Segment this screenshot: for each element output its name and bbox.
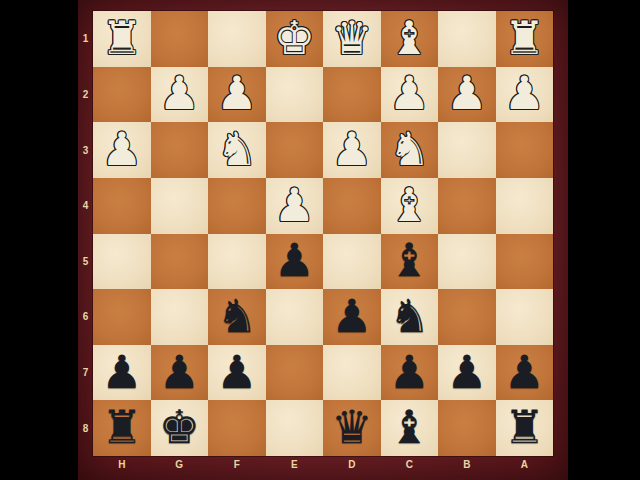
- white-pawn-f2: ♟: [216, 70, 257, 116]
- square-c3[interactable]: ♞: [381, 122, 439, 178]
- square-b1[interactable]: [438, 11, 496, 67]
- square-d2[interactable]: [323, 67, 381, 123]
- square-h6[interactable]: [93, 289, 151, 345]
- file-label-f: F: [208, 456, 266, 480]
- rank-labels: 12345678: [78, 11, 93, 456]
- square-b8[interactable]: [438, 400, 496, 456]
- board: ♜♚♛♝♜♟♟♟♟♟♟♞♟♞♟♝♟♝♞♟♞♟♟♟♟♟♟♜♚♛♝♜: [93, 11, 553, 456]
- video-frame: 12345678 ♜♚♛♝♜♟♟♟♟♟♟♞♟♞♟♝♟♝♞♟♞♟♟♟♟♟♟♜♚♛♝…: [0, 0, 640, 480]
- file-label-d: D: [323, 456, 381, 480]
- white-pawn-h3: ♟: [101, 126, 142, 172]
- square-e6[interactable]: [266, 289, 324, 345]
- square-a2[interactable]: ♟: [496, 67, 554, 123]
- white-bishop-c4: ♝: [389, 182, 430, 228]
- rank-label-8: 8: [78, 400, 93, 456]
- black-pawn-h7: ♟: [101, 349, 142, 395]
- file-label-c: C: [381, 456, 439, 480]
- square-a6[interactable]: [496, 289, 554, 345]
- square-h4[interactable]: [93, 178, 151, 234]
- square-b5[interactable]: [438, 234, 496, 290]
- black-pawn-f7: ♟: [216, 349, 257, 395]
- square-f1[interactable]: [208, 11, 266, 67]
- black-rook-h8: ♜: [101, 404, 142, 450]
- square-a5[interactable]: [496, 234, 554, 290]
- black-pawn-b7: ♟: [446, 349, 487, 395]
- rank-label-5: 5: [78, 234, 93, 290]
- square-b6[interactable]: [438, 289, 496, 345]
- square-c1[interactable]: ♝: [381, 11, 439, 67]
- black-bishop-c5: ♝: [389, 237, 430, 283]
- square-h2[interactable]: [93, 67, 151, 123]
- square-f7[interactable]: ♟: [208, 345, 266, 401]
- square-h7[interactable]: ♟: [93, 345, 151, 401]
- square-d3[interactable]: ♟: [323, 122, 381, 178]
- square-b7[interactable]: ♟: [438, 345, 496, 401]
- file-label-h: H: [93, 456, 151, 480]
- square-c6[interactable]: ♞: [381, 289, 439, 345]
- file-label-e: E: [266, 456, 324, 480]
- black-pawn-a7: ♟: [504, 349, 545, 395]
- white-pawn-b2: ♟: [446, 70, 487, 116]
- square-g4[interactable]: [151, 178, 209, 234]
- rank-label-3: 3: [78, 122, 93, 178]
- chess-board-frame: 12345678 ♜♚♛♝♜♟♟♟♟♟♟♞♟♞♟♝♟♝♞♟♞♟♟♟♟♟♟♜♚♛♝…: [78, 0, 568, 480]
- square-d8[interactable]: ♛: [323, 400, 381, 456]
- square-f5[interactable]: [208, 234, 266, 290]
- rank-label-1: 1: [78, 11, 93, 67]
- rank-label-2: 2: [78, 67, 93, 123]
- square-d5[interactable]: [323, 234, 381, 290]
- black-knight-f6: ♞: [216, 293, 257, 339]
- square-g8[interactable]: ♚: [151, 400, 209, 456]
- black-bishop-c8: ♝: [389, 404, 430, 450]
- file-label-b: B: [438, 456, 496, 480]
- square-h3[interactable]: ♟: [93, 122, 151, 178]
- square-f8[interactable]: [208, 400, 266, 456]
- square-h8[interactable]: ♜: [93, 400, 151, 456]
- square-e5[interactable]: ♟: [266, 234, 324, 290]
- black-queen-d8: ♛: [331, 404, 372, 450]
- white-bishop-c1: ♝: [389, 15, 430, 61]
- square-f2[interactable]: ♟: [208, 67, 266, 123]
- white-king-e1: ♚: [274, 15, 315, 61]
- black-pawn-c7: ♟: [389, 349, 430, 395]
- black-king-g8: ♚: [159, 404, 200, 450]
- square-a7[interactable]: ♟: [496, 345, 554, 401]
- square-c7[interactable]: ♟: [381, 345, 439, 401]
- square-e3[interactable]: [266, 122, 324, 178]
- square-e2[interactable]: [266, 67, 324, 123]
- square-e7[interactable]: [266, 345, 324, 401]
- square-h1[interactable]: ♜: [93, 11, 151, 67]
- rank-label-6: 6: [78, 289, 93, 345]
- white-knight-f3: ♞: [216, 126, 257, 172]
- square-g5[interactable]: [151, 234, 209, 290]
- square-h5[interactable]: [93, 234, 151, 290]
- file-label-a: A: [496, 456, 554, 480]
- white-queen-d1: ♛: [331, 15, 372, 61]
- square-d1[interactable]: ♛: [323, 11, 381, 67]
- file-label-g: G: [151, 456, 209, 480]
- square-d6[interactable]: ♟: [323, 289, 381, 345]
- square-f3[interactable]: ♞: [208, 122, 266, 178]
- square-e1[interactable]: ♚: [266, 11, 324, 67]
- white-pawn-g2: ♟: [159, 70, 200, 116]
- square-c8[interactable]: ♝: [381, 400, 439, 456]
- black-pawn-g7: ♟: [159, 349, 200, 395]
- black-knight-c6: ♞: [389, 293, 430, 339]
- square-d7[interactable]: [323, 345, 381, 401]
- square-a4[interactable]: [496, 178, 554, 234]
- square-b4[interactable]: [438, 178, 496, 234]
- square-b2[interactable]: ♟: [438, 67, 496, 123]
- square-f6[interactable]: ♞: [208, 289, 266, 345]
- square-g2[interactable]: ♟: [151, 67, 209, 123]
- white-pawn-c2: ♟: [389, 70, 430, 116]
- square-g3[interactable]: [151, 122, 209, 178]
- file-labels: HGFEDCBA: [93, 456, 553, 480]
- square-d4[interactable]: [323, 178, 381, 234]
- black-rook-a8: ♜: [504, 404, 545, 450]
- square-e4[interactable]: ♟: [266, 178, 324, 234]
- square-f4[interactable]: [208, 178, 266, 234]
- square-c5[interactable]: ♝: [381, 234, 439, 290]
- square-g1[interactable]: [151, 11, 209, 67]
- white-rook-h1: ♜: [101, 15, 142, 61]
- square-b3[interactable]: [438, 122, 496, 178]
- white-knight-c3: ♞: [389, 126, 430, 172]
- square-g6[interactable]: [151, 289, 209, 345]
- square-e8[interactable]: [266, 400, 324, 456]
- square-a1[interactable]: ♜: [496, 11, 554, 67]
- square-a3[interactable]: [496, 122, 554, 178]
- white-pawn-d3: ♟: [331, 126, 372, 172]
- white-pawn-a2: ♟: [504, 70, 545, 116]
- rank-label-7: 7: [78, 345, 93, 401]
- black-pawn-d6: ♟: [331, 293, 372, 339]
- black-pawn-e5: ♟: [274, 237, 315, 283]
- white-pawn-e4: ♟: [274, 182, 315, 228]
- white-rook-a1: ♜: [504, 15, 545, 61]
- square-c4[interactable]: ♝: [381, 178, 439, 234]
- rank-label-4: 4: [78, 178, 93, 234]
- square-g7[interactable]: ♟: [151, 345, 209, 401]
- square-a8[interactable]: ♜: [496, 400, 554, 456]
- square-c2[interactable]: ♟: [381, 67, 439, 123]
